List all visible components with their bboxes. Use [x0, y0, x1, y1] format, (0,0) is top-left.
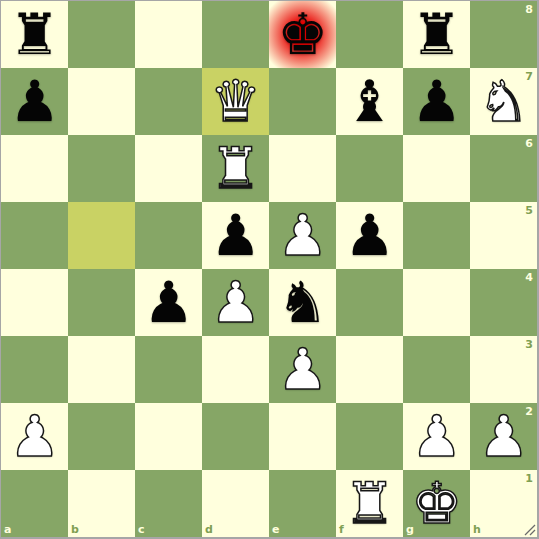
square-c3[interactable] [135, 336, 202, 403]
square-e7[interactable] [269, 68, 336, 135]
square-e5[interactable]: ♟ [269, 202, 336, 269]
square-c4[interactable]: ♟ [135, 269, 202, 336]
chess-board: ♜♚♜8♟♛♝♟7♞♜6♟♟♟5♟♟♞4♟3♟♟2♟abcdef♜g♚1h [1, 1, 537, 537]
file-label-h: h [473, 523, 481, 536]
piece-white-pawn[interactable]: ♟ [269, 202, 336, 269]
chess-board-frame: ♜♚♜8♟♛♝♟7♞♜6♟♟♟5♟♟♞4♟3♟♟2♟abcdef♜g♚1h [0, 0, 539, 539]
piece-white-knight[interactable]: ♞ [470, 68, 537, 135]
rank-label-8: 8 [525, 3, 533, 16]
piece-black-pawn[interactable]: ♟ [135, 269, 202, 336]
square-a2[interactable]: ♟ [1, 403, 68, 470]
piece-white-pawn[interactable]: ♟ [269, 336, 336, 403]
square-g7[interactable]: ♟ [403, 68, 470, 135]
square-b4[interactable] [68, 269, 135, 336]
square-h4[interactable]: 4 [470, 269, 537, 336]
square-a3[interactable] [1, 336, 68, 403]
square-f7[interactable]: ♝ [336, 68, 403, 135]
square-h1[interactable]: 1h [470, 470, 537, 537]
square-h2[interactable]: 2♟ [470, 403, 537, 470]
piece-white-rook[interactable]: ♜ [336, 470, 403, 537]
board-resize-handle-icon[interactable] [524, 524, 536, 536]
piece-black-pawn[interactable]: ♟ [403, 68, 470, 135]
piece-black-bishop[interactable]: ♝ [336, 68, 403, 135]
square-f8[interactable] [336, 1, 403, 68]
piece-black-pawn[interactable]: ♟ [1, 68, 68, 135]
square-e1[interactable]: e [269, 470, 336, 537]
square-f2[interactable] [336, 403, 403, 470]
piece-black-rook[interactable]: ♜ [1, 1, 68, 68]
file-label-d: d [205, 523, 213, 536]
square-b3[interactable] [68, 336, 135, 403]
file-label-e: e [272, 523, 279, 536]
square-a4[interactable] [1, 269, 68, 336]
square-e8[interactable]: ♚ [269, 1, 336, 68]
square-h3[interactable]: 3 [470, 336, 537, 403]
piece-black-king[interactable]: ♚ [269, 1, 336, 68]
square-f4[interactable] [336, 269, 403, 336]
square-g4[interactable] [403, 269, 470, 336]
square-a7[interactable]: ♟ [1, 68, 68, 135]
square-b6[interactable] [68, 135, 135, 202]
square-a1[interactable]: a [1, 470, 68, 537]
square-f1[interactable]: f♜ [336, 470, 403, 537]
square-g6[interactable] [403, 135, 470, 202]
rank-label-5: 5 [525, 204, 533, 217]
square-d1[interactable]: d [202, 470, 269, 537]
square-g3[interactable] [403, 336, 470, 403]
square-g5[interactable] [403, 202, 470, 269]
piece-white-king[interactable]: ♚ [403, 470, 470, 537]
square-g2[interactable]: ♟ [403, 403, 470, 470]
rank-label-1: 1 [525, 472, 533, 485]
square-f5[interactable]: ♟ [336, 202, 403, 269]
rank-label-4: 4 [525, 271, 533, 284]
piece-black-knight[interactable]: ♞ [269, 269, 336, 336]
square-c2[interactable] [135, 403, 202, 470]
square-c1[interactable]: c [135, 470, 202, 537]
piece-black-pawn[interactable]: ♟ [202, 202, 269, 269]
piece-white-pawn[interactable]: ♟ [403, 403, 470, 470]
piece-white-pawn[interactable]: ♟ [470, 403, 537, 470]
square-c7[interactable] [135, 68, 202, 135]
square-b8[interactable] [68, 1, 135, 68]
square-d3[interactable] [202, 336, 269, 403]
square-c8[interactable] [135, 1, 202, 68]
square-g8[interactable]: ♜ [403, 1, 470, 68]
square-d7[interactable]: ♛ [202, 68, 269, 135]
piece-black-rook[interactable]: ♜ [403, 1, 470, 68]
file-label-c: c [138, 523, 145, 536]
piece-white-rook[interactable]: ♜ [202, 135, 269, 202]
square-e4[interactable]: ♞ [269, 269, 336, 336]
piece-white-pawn[interactable]: ♟ [1, 403, 68, 470]
square-d4[interactable]: ♟ [202, 269, 269, 336]
file-label-b: b [71, 523, 79, 536]
file-label-a: a [4, 523, 11, 536]
square-h5[interactable]: 5 [470, 202, 537, 269]
square-c5[interactable] [135, 202, 202, 269]
square-h8[interactable]: 8 [470, 1, 537, 68]
piece-white-queen[interactable]: ♛ [202, 68, 269, 135]
piece-black-pawn[interactable]: ♟ [336, 202, 403, 269]
square-b5[interactable] [68, 202, 135, 269]
square-b7[interactable] [68, 68, 135, 135]
square-d2[interactable] [202, 403, 269, 470]
square-b2[interactable] [68, 403, 135, 470]
rank-label-6: 6 [525, 137, 533, 150]
square-d5[interactable]: ♟ [202, 202, 269, 269]
square-d8[interactable] [202, 1, 269, 68]
square-d6[interactable]: ♜ [202, 135, 269, 202]
square-e6[interactable] [269, 135, 336, 202]
square-f6[interactable] [336, 135, 403, 202]
square-a6[interactable] [1, 135, 68, 202]
square-g1[interactable]: g♚ [403, 470, 470, 537]
square-h6[interactable]: 6 [470, 135, 537, 202]
square-f3[interactable] [336, 336, 403, 403]
square-e2[interactable] [269, 403, 336, 470]
square-h7[interactable]: 7♞ [470, 68, 537, 135]
square-a5[interactable] [1, 202, 68, 269]
rank-label-3: 3 [525, 338, 533, 351]
piece-white-pawn[interactable]: ♟ [202, 269, 269, 336]
square-c6[interactable] [135, 135, 202, 202]
square-e3[interactable]: ♟ [269, 336, 336, 403]
square-a8[interactable]: ♜ [1, 1, 68, 68]
square-b1[interactable]: b [68, 470, 135, 537]
